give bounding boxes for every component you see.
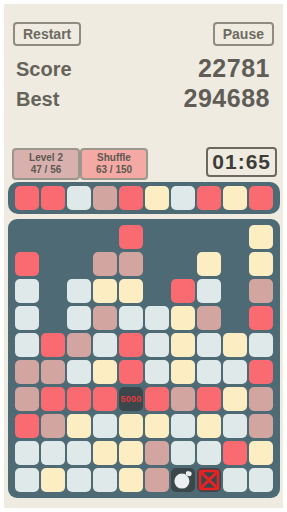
board-cell[interactable] <box>93 441 117 465</box>
queue-tile[interactable] <box>41 186 65 210</box>
board-cell[interactable] <box>249 387 273 411</box>
board-cell[interactable] <box>119 414 143 438</box>
board-cell[interactable] <box>171 279 195 303</box>
score-row: Score 22781 <box>14 58 270 84</box>
board-cell[interactable] <box>15 441 39 465</box>
board-cell[interactable] <box>197 279 221 303</box>
board-cell-empty <box>145 225 169 249</box>
board-grid: 5000 <box>8 219 280 498</box>
board-cell-empty <box>67 225 91 249</box>
board-cell[interactable] <box>93 414 117 438</box>
board-cell[interactable] <box>93 468 117 492</box>
board-cell[interactable] <box>249 441 273 465</box>
board-cell-empty <box>171 225 195 249</box>
board-cell[interactable] <box>67 279 91 303</box>
board-cell[interactable] <box>119 306 143 330</box>
board-cell[interactable] <box>119 360 143 384</box>
bomb-icon <box>172 469 194 491</box>
board-cell-empty <box>223 225 247 249</box>
board-cell[interactable] <box>171 333 195 357</box>
board-cell[interactable] <box>249 279 273 303</box>
app-frame: Restart Pause Score 22781 Best 294688 Le… <box>0 0 287 512</box>
board-cell[interactable] <box>93 333 117 357</box>
score-label: Score <box>16 58 72 81</box>
shuffle-badge[interactable]: Shuffle 63 / 150 <box>80 148 148 180</box>
board-cell[interactable] <box>223 333 247 357</box>
board-cell[interactable]: 5000 <box>119 387 143 411</box>
board-cell[interactable] <box>249 252 273 276</box>
queue-tile[interactable] <box>171 186 195 210</box>
next-tiles-queue <box>8 182 280 214</box>
board-cell[interactable] <box>197 468 221 492</box>
board-cell[interactable] <box>15 252 39 276</box>
level-badge-line2: 47 / 56 <box>20 164 72 176</box>
board-cell[interactable] <box>67 306 91 330</box>
board-cell[interactable] <box>119 252 143 276</box>
board-cell[interactable] <box>41 441 65 465</box>
board-cell[interactable] <box>223 468 247 492</box>
board-cell[interactable] <box>93 387 117 411</box>
bonus-score-label: 5000 <box>121 394 142 404</box>
board-cell[interactable] <box>223 441 247 465</box>
board-cell-empty <box>93 225 117 249</box>
x-mark-icon <box>197 468 221 492</box>
queue-tile[interactable] <box>15 186 39 210</box>
board-cell[interactable] <box>171 441 195 465</box>
board-cell[interactable] <box>171 414 195 438</box>
board-cell[interactable] <box>15 333 39 357</box>
queue-tile[interactable] <box>93 186 117 210</box>
board-cell-empty <box>15 225 39 249</box>
queue-tile[interactable] <box>119 186 143 210</box>
board-cell[interactable] <box>145 468 169 492</box>
board-cell[interactable] <box>249 306 273 330</box>
board-cell[interactable] <box>93 279 117 303</box>
board-cell[interactable] <box>249 360 273 384</box>
queue-tile[interactable] <box>67 186 91 210</box>
level-badge: Level 2 47 / 56 <box>12 148 80 180</box>
board-cell[interactable] <box>93 306 117 330</box>
shuffle-badge-line2: 63 / 150 <box>88 164 140 176</box>
best-row: Best 294688 <box>14 88 270 114</box>
board-cell[interactable] <box>249 225 273 249</box>
board-cell[interactable] <box>15 414 39 438</box>
board-cell[interactable] <box>119 441 143 465</box>
board-cell[interactable] <box>145 360 169 384</box>
board-cell[interactable] <box>171 360 195 384</box>
board-cell[interactable] <box>67 387 91 411</box>
shuffle-badge-line1: Shuffle <box>88 152 140 164</box>
board-cell[interactable] <box>119 279 143 303</box>
board-cell[interactable] <box>197 441 221 465</box>
board-cell[interactable] <box>145 414 169 438</box>
board-cell[interactable] <box>197 360 221 384</box>
board-cell[interactable] <box>67 333 91 357</box>
queue-tile[interactable] <box>223 186 247 210</box>
board-cell[interactable] <box>197 414 221 438</box>
board-cell[interactable] <box>249 414 273 438</box>
board-cell[interactable] <box>15 468 39 492</box>
board-cell[interactable] <box>145 333 169 357</box>
board-cell[interactable] <box>119 468 143 492</box>
timer-display: 01:65 <box>206 147 277 177</box>
board-cell[interactable] <box>145 441 169 465</box>
board-cell[interactable] <box>249 468 273 492</box>
board-cell-empty <box>41 225 65 249</box>
board-cell-empty <box>223 279 247 303</box>
best-value: 294688 <box>184 84 270 113</box>
board-cell[interactable] <box>67 360 91 384</box>
queue-tile[interactable] <box>249 186 273 210</box>
board-cell[interactable] <box>15 387 39 411</box>
board-cell[interactable] <box>119 333 143 357</box>
board-cell[interactable] <box>93 360 117 384</box>
board-cell[interactable] <box>223 360 247 384</box>
queue-tile[interactable] <box>197 186 221 210</box>
board-cell-empty <box>223 306 247 330</box>
board-cell[interactable] <box>41 468 65 492</box>
board-cell-empty <box>67 252 91 276</box>
board-cell[interactable] <box>145 387 169 411</box>
level-badge-line1: Level 2 <box>20 152 72 164</box>
restart-button[interactable]: Restart <box>13 22 81 46</box>
board-cell[interactable] <box>15 360 39 384</box>
board-cell-empty <box>41 252 65 276</box>
board-cell[interactable] <box>145 306 169 330</box>
board-cell[interactable] <box>197 252 221 276</box>
board-cell[interactable] <box>197 333 221 357</box>
board-cell[interactable] <box>41 333 65 357</box>
board-cell[interactable] <box>197 306 221 330</box>
board-cell[interactable] <box>67 441 91 465</box>
board-cell-empty <box>197 225 221 249</box>
board-cell[interactable] <box>249 333 273 357</box>
board-cell[interactable] <box>119 225 143 249</box>
board-cell-empty <box>145 279 169 303</box>
pause-button[interactable]: Pause <box>213 22 274 46</box>
board-cell[interactable] <box>197 387 221 411</box>
board-cell-empty <box>41 279 65 303</box>
queue-tile[interactable] <box>145 186 169 210</box>
game-screen: Restart Pause Score 22781 Best 294688 Le… <box>4 4 283 508</box>
board-cell[interactable] <box>15 306 39 330</box>
board-cell[interactable] <box>67 468 91 492</box>
board-cell-empty <box>223 252 247 276</box>
board-cell[interactable] <box>67 414 91 438</box>
board-cell-empty <box>171 252 195 276</box>
board-cell-empty <box>41 306 65 330</box>
best-label: Best <box>16 88 59 111</box>
board-cell[interactable] <box>41 414 65 438</box>
board-cell[interactable] <box>223 414 247 438</box>
board-cell[interactable] <box>15 279 39 303</box>
board-cell[interactable] <box>41 387 65 411</box>
board-cell[interactable] <box>171 387 195 411</box>
board-cell-empty <box>145 252 169 276</box>
board-cell[interactable] <box>223 387 247 411</box>
board-cell[interactable] <box>171 306 195 330</box>
board-cell[interactable] <box>41 360 65 384</box>
score-value: 22781 <box>198 54 270 83</box>
board-cell[interactable] <box>171 468 195 492</box>
board-cell[interactable] <box>93 252 117 276</box>
